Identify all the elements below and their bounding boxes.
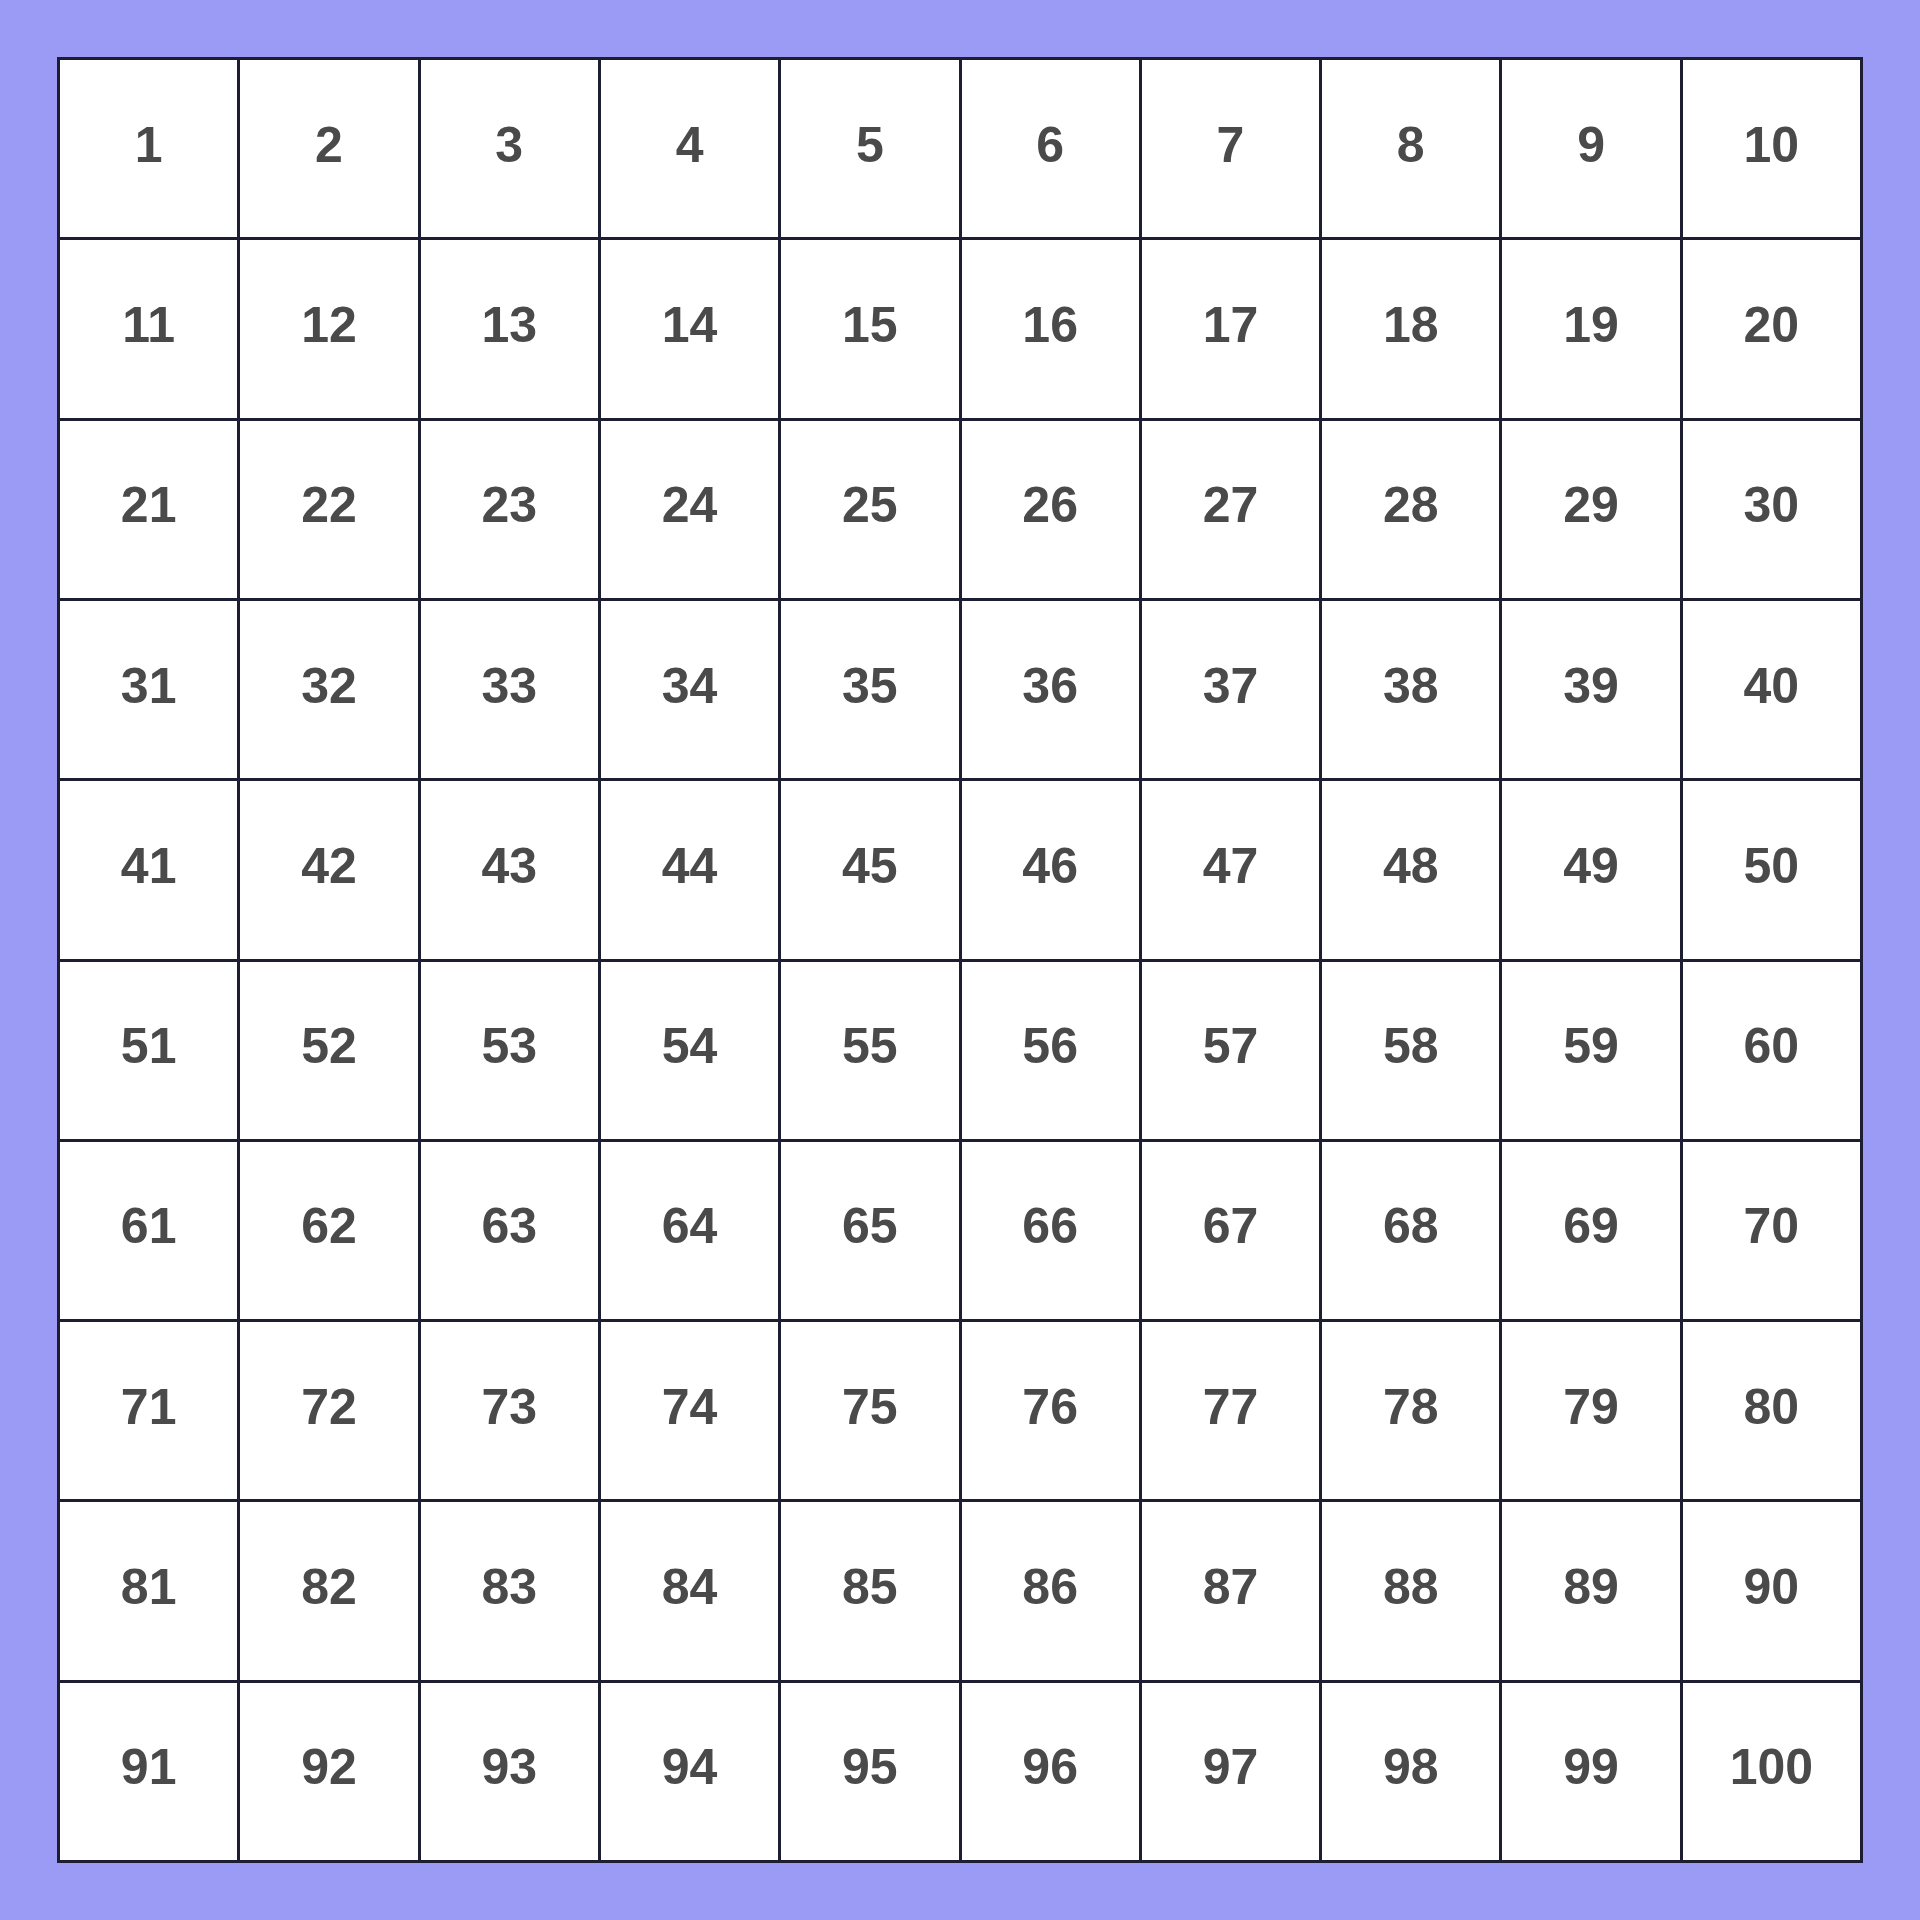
cell-41[interactable]: 41 xyxy=(60,781,237,958)
cell-85[interactable]: 85 xyxy=(781,1502,958,1679)
cell-19[interactable]: 19 xyxy=(1502,240,1679,417)
cell-43[interactable]: 43 xyxy=(421,781,598,958)
cell-96[interactable]: 96 xyxy=(962,1683,1139,1860)
cell-95[interactable]: 95 xyxy=(781,1683,958,1860)
cell-8[interactable]: 8 xyxy=(1322,60,1499,237)
cell-48[interactable]: 48 xyxy=(1322,781,1499,958)
cell-53[interactable]: 53 xyxy=(421,962,598,1139)
cell-90[interactable]: 90 xyxy=(1683,1502,1860,1679)
cell-24[interactable]: 24 xyxy=(601,421,778,598)
cell-55[interactable]: 55 xyxy=(781,962,958,1139)
cell-22[interactable]: 22 xyxy=(240,421,417,598)
cell-70[interactable]: 70 xyxy=(1683,1142,1860,1319)
cell-63[interactable]: 63 xyxy=(421,1142,598,1319)
cell-47[interactable]: 47 xyxy=(1142,781,1319,958)
cell-30[interactable]: 30 xyxy=(1683,421,1860,598)
cell-77[interactable]: 77 xyxy=(1142,1322,1319,1499)
cell-67[interactable]: 67 xyxy=(1142,1142,1319,1319)
cell-7[interactable]: 7 xyxy=(1142,60,1319,237)
cell-33[interactable]: 33 xyxy=(421,601,598,778)
cell-42[interactable]: 42 xyxy=(240,781,417,958)
cell-58[interactable]: 58 xyxy=(1322,962,1499,1139)
hundred-chart-board: 1234567891011121314151617181920212223242… xyxy=(57,57,1863,1863)
cell-11[interactable]: 11 xyxy=(60,240,237,417)
cell-91[interactable]: 91 xyxy=(60,1683,237,1860)
cell-66[interactable]: 66 xyxy=(962,1142,1139,1319)
cell-37[interactable]: 37 xyxy=(1142,601,1319,778)
cell-93[interactable]: 93 xyxy=(421,1683,598,1860)
cell-4[interactable]: 4 xyxy=(601,60,778,237)
cell-100[interactable]: 100 xyxy=(1683,1683,1860,1860)
cell-79[interactable]: 79 xyxy=(1502,1322,1679,1499)
cell-83[interactable]: 83 xyxy=(421,1502,598,1679)
cell-73[interactable]: 73 xyxy=(421,1322,598,1499)
cell-68[interactable]: 68 xyxy=(1322,1142,1499,1319)
cell-50[interactable]: 50 xyxy=(1683,781,1860,958)
cell-61[interactable]: 61 xyxy=(60,1142,237,1319)
cell-64[interactable]: 64 xyxy=(601,1142,778,1319)
cell-40[interactable]: 40 xyxy=(1683,601,1860,778)
cell-65[interactable]: 65 xyxy=(781,1142,958,1319)
cell-60[interactable]: 60 xyxy=(1683,962,1860,1139)
cell-51[interactable]: 51 xyxy=(60,962,237,1139)
cell-86[interactable]: 86 xyxy=(962,1502,1139,1679)
cell-39[interactable]: 39 xyxy=(1502,601,1679,778)
cell-5[interactable]: 5 xyxy=(781,60,958,237)
cell-18[interactable]: 18 xyxy=(1322,240,1499,417)
cell-34[interactable]: 34 xyxy=(601,601,778,778)
cell-78[interactable]: 78 xyxy=(1322,1322,1499,1499)
cell-54[interactable]: 54 xyxy=(601,962,778,1139)
cell-46[interactable]: 46 xyxy=(962,781,1139,958)
cell-49[interactable]: 49 xyxy=(1502,781,1679,958)
cell-31[interactable]: 31 xyxy=(60,601,237,778)
cell-80[interactable]: 80 xyxy=(1683,1322,1860,1499)
cell-23[interactable]: 23 xyxy=(421,421,598,598)
cell-76[interactable]: 76 xyxy=(962,1322,1139,1499)
cell-99[interactable]: 99 xyxy=(1502,1683,1679,1860)
cell-14[interactable]: 14 xyxy=(601,240,778,417)
cell-88[interactable]: 88 xyxy=(1322,1502,1499,1679)
cell-89[interactable]: 89 xyxy=(1502,1502,1679,1679)
cell-35[interactable]: 35 xyxy=(781,601,958,778)
cell-26[interactable]: 26 xyxy=(962,421,1139,598)
cell-97[interactable]: 97 xyxy=(1142,1683,1319,1860)
cell-81[interactable]: 81 xyxy=(60,1502,237,1679)
cell-72[interactable]: 72 xyxy=(240,1322,417,1499)
cell-82[interactable]: 82 xyxy=(240,1502,417,1679)
cell-2[interactable]: 2 xyxy=(240,60,417,237)
cell-62[interactable]: 62 xyxy=(240,1142,417,1319)
cell-21[interactable]: 21 xyxy=(60,421,237,598)
cell-3[interactable]: 3 xyxy=(421,60,598,237)
cell-84[interactable]: 84 xyxy=(601,1502,778,1679)
cell-71[interactable]: 71 xyxy=(60,1322,237,1499)
cell-13[interactable]: 13 xyxy=(421,240,598,417)
cell-98[interactable]: 98 xyxy=(1322,1683,1499,1860)
cell-44[interactable]: 44 xyxy=(601,781,778,958)
cell-38[interactable]: 38 xyxy=(1322,601,1499,778)
cell-9[interactable]: 9 xyxy=(1502,60,1679,237)
cell-59[interactable]: 59 xyxy=(1502,962,1679,1139)
cell-45[interactable]: 45 xyxy=(781,781,958,958)
cell-74[interactable]: 74 xyxy=(601,1322,778,1499)
cell-17[interactable]: 17 xyxy=(1142,240,1319,417)
cell-29[interactable]: 29 xyxy=(1502,421,1679,598)
cell-57[interactable]: 57 xyxy=(1142,962,1319,1139)
cell-25[interactable]: 25 xyxy=(781,421,958,598)
cell-27[interactable]: 27 xyxy=(1142,421,1319,598)
cell-56[interactable]: 56 xyxy=(962,962,1139,1139)
cell-92[interactable]: 92 xyxy=(240,1683,417,1860)
cell-16[interactable]: 16 xyxy=(962,240,1139,417)
cell-52[interactable]: 52 xyxy=(240,962,417,1139)
cell-12[interactable]: 12 xyxy=(240,240,417,417)
cell-10[interactable]: 10 xyxy=(1683,60,1860,237)
cell-1[interactable]: 1 xyxy=(60,60,237,237)
cell-20[interactable]: 20 xyxy=(1683,240,1860,417)
cell-94[interactable]: 94 xyxy=(601,1683,778,1860)
cell-28[interactable]: 28 xyxy=(1322,421,1499,598)
cell-15[interactable]: 15 xyxy=(781,240,958,417)
cell-87[interactable]: 87 xyxy=(1142,1502,1319,1679)
cell-6[interactable]: 6 xyxy=(962,60,1139,237)
cell-75[interactable]: 75 xyxy=(781,1322,958,1499)
cell-69[interactable]: 69 xyxy=(1502,1142,1679,1319)
cell-36[interactable]: 36 xyxy=(962,601,1139,778)
cell-32[interactable]: 32 xyxy=(240,601,417,778)
